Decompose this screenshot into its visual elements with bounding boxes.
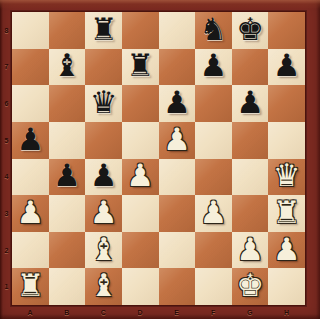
piece-black-pawn[interactable]: ♟ <box>273 50 301 81</box>
square-d6[interactable] <box>122 85 159 122</box>
square-f4[interactable] <box>195 159 232 196</box>
piece-white-pawn[interactable]: ♟ <box>90 197 118 228</box>
square-h8[interactable] <box>268 12 305 49</box>
square-d5[interactable] <box>122 122 159 159</box>
file-label-c: C <box>85 306 122 318</box>
square-g7[interactable] <box>232 49 269 86</box>
square-e4[interactable] <box>159 159 196 196</box>
square-c7[interactable] <box>85 49 122 86</box>
square-e7[interactable] <box>159 49 196 86</box>
square-a7[interactable] <box>12 49 49 86</box>
square-h2[interactable]: ♟ <box>268 232 305 269</box>
square-a5[interactable]: ♟ <box>12 122 49 159</box>
square-g2[interactable]: ♟ <box>232 232 269 269</box>
square-e1[interactable] <box>159 268 196 305</box>
piece-black-pawn[interactable]: ♟ <box>90 160 118 191</box>
piece-black-pawn[interactable]: ♟ <box>200 50 228 81</box>
piece-black-queen[interactable]: ♛ <box>90 87 118 118</box>
square-e5[interactable]: ♟ <box>159 122 196 159</box>
piece-black-pawn[interactable]: ♟ <box>163 87 191 118</box>
square-d3[interactable] <box>122 195 159 232</box>
file-label-d: D <box>122 306 159 318</box>
square-a8[interactable] <box>12 12 49 49</box>
square-h7[interactable]: ♟ <box>268 49 305 86</box>
square-a4[interactable] <box>12 159 49 196</box>
rank-label-5: 5 <box>2 122 11 159</box>
rank-label-7: 7 <box>2 49 11 86</box>
square-f3[interactable]: ♟ <box>195 195 232 232</box>
square-h5[interactable] <box>268 122 305 159</box>
square-h4[interactable]: ♛ <box>268 159 305 196</box>
square-a2[interactable] <box>12 232 49 269</box>
square-g5[interactable] <box>232 122 269 159</box>
square-b4[interactable]: ♟ <box>49 159 86 196</box>
piece-black-rook[interactable]: ♜ <box>90 14 118 45</box>
file-label-f: F <box>195 306 232 318</box>
square-f6[interactable] <box>195 85 232 122</box>
piece-white-rook[interactable]: ♜ <box>273 197 301 228</box>
square-f2[interactable] <box>195 232 232 269</box>
square-a3[interactable]: ♟ <box>12 195 49 232</box>
piece-white-pawn[interactable]: ♟ <box>273 234 301 265</box>
square-h1[interactable] <box>268 268 305 305</box>
square-g8[interactable]: ♚ <box>232 12 269 49</box>
file-label-h: H <box>268 306 305 318</box>
square-c1[interactable]: ♝ <box>85 268 122 305</box>
rank-label-6: 6 <box>2 85 11 122</box>
square-e3[interactable] <box>159 195 196 232</box>
square-b2[interactable] <box>49 232 86 269</box>
square-b5[interactable] <box>49 122 86 159</box>
square-d2[interactable] <box>122 232 159 269</box>
square-a6[interactable] <box>12 85 49 122</box>
square-c8[interactable]: ♜ <box>85 12 122 49</box>
piece-white-pawn[interactable]: ♟ <box>126 160 154 191</box>
square-h3[interactable]: ♜ <box>268 195 305 232</box>
rank-label-8: 8 <box>2 12 11 49</box>
square-f7[interactable]: ♟ <box>195 49 232 86</box>
piece-black-king[interactable]: ♚ <box>236 14 264 45</box>
square-f1[interactable] <box>195 268 232 305</box>
piece-white-king[interactable]: ♚ <box>236 270 264 301</box>
square-g1[interactable]: ♚ <box>232 268 269 305</box>
rank-label-1: 1 <box>2 268 11 305</box>
piece-black-pawn[interactable]: ♟ <box>53 160 81 191</box>
square-d8[interactable] <box>122 12 159 49</box>
piece-black-pawn[interactable]: ♟ <box>236 87 264 118</box>
square-c2[interactable]: ♝ <box>85 232 122 269</box>
piece-black-knight[interactable]: ♞ <box>200 14 228 45</box>
piece-white-pawn[interactable]: ♟ <box>200 197 228 228</box>
piece-black-bishop[interactable]: ♝ <box>53 50 81 81</box>
rank-label-4: 4 <box>2 159 11 196</box>
piece-white-bishop[interactable]: ♝ <box>90 270 118 301</box>
square-g6[interactable]: ♟ <box>232 85 269 122</box>
square-b8[interactable] <box>49 12 86 49</box>
square-d4[interactable]: ♟ <box>122 159 159 196</box>
square-a1[interactable]: ♜ <box>12 268 49 305</box>
file-label-b: B <box>49 306 86 318</box>
square-g3[interactable] <box>232 195 269 232</box>
square-d1[interactable] <box>122 268 159 305</box>
piece-white-queen[interactable]: ♛ <box>273 160 301 191</box>
square-c3[interactable]: ♟ <box>85 195 122 232</box>
square-b3[interactable] <box>49 195 86 232</box>
square-g4[interactable] <box>232 159 269 196</box>
piece-white-pawn[interactable]: ♟ <box>16 197 44 228</box>
square-c6[interactable]: ♛ <box>85 85 122 122</box>
piece-white-bishop[interactable]: ♝ <box>90 234 118 265</box>
square-e2[interactable] <box>159 232 196 269</box>
square-f8[interactable]: ♞ <box>195 12 232 49</box>
square-b7[interactable]: ♝ <box>49 49 86 86</box>
square-d7[interactable]: ♜ <box>122 49 159 86</box>
file-label-a: A <box>12 306 49 318</box>
piece-white-pawn[interactable]: ♟ <box>236 234 264 265</box>
square-b6[interactable] <box>49 85 86 122</box>
square-c4[interactable]: ♟ <box>85 159 122 196</box>
piece-black-rook[interactable]: ♜ <box>126 50 154 81</box>
piece-white-pawn[interactable]: ♟ <box>163 124 191 155</box>
square-h6[interactable] <box>268 85 305 122</box>
piece-white-rook[interactable]: ♜ <box>16 270 44 301</box>
board-frame: ♜♞♚♝♜♟♟♛♟♟♟♟♟♟♟♛♟♟♟♜♝♟♟♜♝♚ 87654321ABCDE… <box>0 0 320 319</box>
file-label-e: E <box>159 306 196 318</box>
file-label-g: G <box>232 306 269 318</box>
rank-label-3: 3 <box>2 195 11 232</box>
square-e8[interactable] <box>159 12 196 49</box>
chess-board: ♜♞♚♝♜♟♟♛♟♟♟♟♟♟♟♛♟♟♟♜♝♟♟♜♝♚ <box>12 12 305 305</box>
piece-black-pawn[interactable]: ♟ <box>16 124 44 155</box>
square-c5[interactable] <box>85 122 122 159</box>
rank-label-2: 2 <box>2 232 11 269</box>
square-f5[interactable] <box>195 122 232 159</box>
square-b1[interactable] <box>49 268 86 305</box>
square-e6[interactable]: ♟ <box>159 85 196 122</box>
